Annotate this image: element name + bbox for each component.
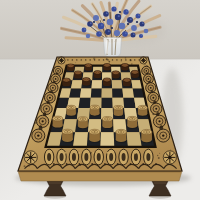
blue-flower bbox=[144, 29, 149, 34]
blue-flower bbox=[111, 6, 116, 11]
flower-highlight bbox=[134, 26, 136, 28]
piece-light-f1 bbox=[116, 129, 127, 143]
piece-dimple bbox=[142, 107, 144, 109]
flower-bud bbox=[93, 21, 95, 23]
top-border-dot bbox=[98, 59, 99, 60]
medallion-dot bbox=[146, 70, 148, 72]
flower-highlight bbox=[88, 34, 90, 36]
flower-highlight bbox=[138, 14, 140, 16]
border-dot bbox=[117, 163, 119, 165]
blue-flower bbox=[122, 31, 128, 37]
almond-core bbox=[134, 153, 138, 161]
medallion-dot bbox=[148, 78, 150, 80]
flower-highlight bbox=[118, 15, 120, 17]
vase-highlight bbox=[106, 40, 108, 54]
piece-dark-b7 bbox=[74, 71, 82, 79]
medallion-dot bbox=[49, 97, 51, 99]
wood-speck bbox=[159, 153, 160, 154]
flower-highlight bbox=[125, 32, 127, 34]
flower-highlight bbox=[141, 34, 142, 35]
frame-tick bbox=[50, 152, 52, 154]
piece-dimple bbox=[77, 72, 78, 73]
top-border-dot bbox=[116, 59, 117, 60]
blue-flower bbox=[115, 14, 121, 20]
piece-dimple bbox=[94, 107, 96, 109]
piece-dimple bbox=[57, 118, 59, 120]
top-border-dot bbox=[107, 59, 108, 60]
square-g5 bbox=[122, 89, 134, 98]
blue-flower bbox=[103, 11, 109, 17]
piece-light-b1 bbox=[62, 129, 73, 143]
top-border-dot bbox=[134, 59, 135, 60]
frame-tick bbox=[107, 152, 109, 154]
wood-speck bbox=[157, 155, 158, 156]
flower-highlight bbox=[130, 18, 132, 20]
square-f5 bbox=[112, 89, 123, 98]
frame-tick bbox=[78, 152, 80, 154]
piece-dark-h7 bbox=[131, 70, 139, 78]
blue-flower bbox=[139, 34, 143, 38]
piece-light-c2 bbox=[78, 117, 89, 129]
flower-bud bbox=[127, 23, 129, 25]
almond-core bbox=[47, 153, 51, 161]
square-d6 bbox=[92, 80, 103, 88]
piece-dark-d7 bbox=[94, 71, 102, 79]
flower-highlight bbox=[133, 33, 135, 35]
top-border-dot bbox=[72, 59, 73, 60]
blue-flower bbox=[98, 23, 104, 29]
piece-dimple bbox=[120, 131, 122, 133]
medallion-dot bbox=[42, 120, 44, 122]
flower-highlight bbox=[96, 16, 98, 18]
wood-speck bbox=[58, 63, 59, 64]
border-dot bbox=[66, 163, 68, 165]
scene-canvas bbox=[0, 0, 200, 200]
piece-light-d1 bbox=[89, 129, 100, 143]
top-border-dot bbox=[121, 59, 122, 60]
piece-dimple bbox=[146, 131, 148, 133]
square-g1 bbox=[127, 132, 142, 147]
piece-light-g2 bbox=[127, 116, 138, 128]
border-dot bbox=[142, 163, 144, 165]
medallion-dot bbox=[152, 97, 154, 99]
top-border-dot bbox=[125, 59, 126, 60]
wood-speck bbox=[121, 61, 122, 62]
blue-flower bbox=[105, 29, 111, 35]
piece-dimple bbox=[107, 118, 109, 120]
board-side-edge bbox=[18, 171, 182, 181]
top-border-dot bbox=[130, 59, 131, 60]
square-b5 bbox=[69, 89, 81, 98]
piece-light-e2 bbox=[102, 117, 113, 129]
almond-core bbox=[72, 153, 76, 161]
blue-flower bbox=[96, 31, 102, 37]
piece-light-b3 bbox=[66, 105, 76, 116]
piece-dimple bbox=[126, 79, 127, 80]
blue-flower bbox=[127, 17, 133, 23]
flower-bud bbox=[119, 11, 121, 13]
square-f6 bbox=[112, 80, 123, 88]
top-border-dot bbox=[103, 59, 104, 60]
flower-highlight bbox=[106, 12, 108, 14]
blue-flower bbox=[136, 14, 141, 19]
flower-highlight bbox=[114, 7, 116, 9]
piece-dimple bbox=[97, 72, 98, 73]
medallion-dot bbox=[162, 134, 164, 136]
blue-flower bbox=[139, 21, 144, 26]
almond-core bbox=[97, 153, 101, 161]
piece-light-a2 bbox=[53, 116, 64, 128]
piece-light-d3 bbox=[90, 105, 100, 116]
square-e5 bbox=[102, 89, 113, 98]
blue-flower bbox=[87, 21, 93, 27]
frame-tick bbox=[149, 152, 151, 154]
almond-core bbox=[84, 153, 88, 161]
medallion-dot bbox=[45, 108, 47, 110]
piece-dark-e6 bbox=[103, 78, 112, 87]
flower-highlight bbox=[126, 10, 128, 12]
piece-dimple bbox=[134, 72, 135, 73]
almond-core bbox=[146, 153, 150, 161]
top-border-dot bbox=[89, 59, 90, 60]
blue-flower bbox=[131, 33, 136, 38]
piece-dark-a6 bbox=[62, 78, 71, 87]
blue-flower bbox=[123, 9, 128, 14]
wood-speck bbox=[170, 149, 171, 150]
piece-light-h1 bbox=[141, 129, 152, 143]
top-border-dot bbox=[85, 59, 86, 60]
piece-dimple bbox=[115, 72, 116, 73]
blue-flower bbox=[131, 25, 137, 31]
piece-light-h3 bbox=[138, 105, 148, 116]
flower-highlight bbox=[146, 29, 148, 31]
piece-dark-c8 bbox=[85, 64, 93, 72]
border-dot bbox=[155, 163, 157, 165]
checkers-board-photo bbox=[0, 0, 200, 200]
medallion-dot bbox=[37, 134, 39, 136]
square-e1 bbox=[101, 132, 115, 147]
almond-core bbox=[60, 153, 64, 161]
piece-dark-a8 bbox=[67, 64, 75, 72]
piece-dimple bbox=[70, 65, 71, 66]
piece-dimple bbox=[82, 118, 84, 120]
frame-tick bbox=[92, 152, 94, 154]
piece-dimple bbox=[66, 79, 67, 80]
flower-highlight bbox=[99, 32, 101, 34]
top-border-dot bbox=[94, 59, 95, 60]
piece-dimple bbox=[67, 131, 69, 133]
medallion-dot bbox=[158, 120, 160, 122]
star-center bbox=[143, 60, 144, 61]
blue-flower bbox=[86, 34, 90, 38]
medallion-dot bbox=[55, 78, 57, 80]
square-d5 bbox=[91, 89, 102, 98]
border-dot bbox=[79, 163, 81, 165]
wood-speck bbox=[108, 61, 110, 63]
medallion-dot bbox=[52, 87, 54, 89]
flower-highlight bbox=[117, 31, 119, 33]
piece-dimple bbox=[124, 65, 125, 66]
almond-core bbox=[109, 153, 113, 161]
border-dot bbox=[53, 163, 55, 165]
blue-flower bbox=[82, 28, 87, 33]
square-c4 bbox=[79, 98, 91, 108]
piece-dark-e8 bbox=[103, 63, 111, 71]
flower-highlight bbox=[90, 22, 92, 24]
flower-highlight bbox=[142, 22, 144, 24]
top-border-dot bbox=[67, 59, 68, 60]
flower-highlight bbox=[108, 30, 110, 32]
frame-tick bbox=[135, 152, 137, 154]
piece-dark-g8 bbox=[121, 63, 129, 71]
piece-dimple bbox=[118, 107, 120, 109]
square-c1 bbox=[73, 132, 88, 147]
medallion-dot bbox=[155, 108, 157, 110]
piece-dimple bbox=[94, 131, 96, 133]
border-dot bbox=[91, 163, 93, 165]
flower-highlight bbox=[84, 28, 86, 30]
star-center bbox=[61, 60, 62, 61]
square-b6 bbox=[71, 80, 82, 88]
wood-speck bbox=[158, 157, 160, 159]
piece-dimple bbox=[106, 79, 107, 80]
blue-flower bbox=[114, 30, 120, 36]
flower-bud bbox=[111, 27, 113, 29]
piece-dimple bbox=[132, 118, 134, 120]
square-c5 bbox=[80, 89, 92, 98]
frame-tick bbox=[121, 152, 123, 154]
piece-dimple bbox=[106, 65, 107, 66]
flower-highlight bbox=[101, 24, 103, 26]
square-e4 bbox=[101, 98, 112, 108]
piece-dimple bbox=[86, 79, 87, 80]
piece-dark-g6 bbox=[123, 78, 132, 87]
blue-flower bbox=[93, 15, 99, 21]
wood-speck bbox=[24, 165, 26, 167]
flower-highlight bbox=[110, 20, 112, 22]
piece-light-f3 bbox=[114, 105, 124, 116]
piece-dark-c6 bbox=[82, 78, 91, 87]
square-g4 bbox=[123, 98, 135, 108]
top-border-dot bbox=[112, 59, 113, 60]
top-border-dot bbox=[76, 59, 77, 60]
star-center bbox=[29, 156, 32, 159]
almond-core bbox=[122, 153, 126, 161]
star-center bbox=[168, 156, 171, 159]
flower-bud bbox=[103, 19, 105, 21]
piece-dark-f7 bbox=[112, 71, 120, 79]
frame-tick bbox=[64, 152, 66, 154]
wood-speck bbox=[144, 64, 145, 65]
medallion-dot bbox=[150, 87, 152, 89]
border-dot bbox=[104, 163, 106, 165]
medallion-dot bbox=[57, 70, 59, 72]
piece-dimple bbox=[70, 107, 72, 109]
top-border-dot bbox=[81, 59, 82, 60]
flower-highlight bbox=[122, 24, 124, 26]
piece-dimple bbox=[88, 65, 89, 66]
flower-bud bbox=[136, 21, 138, 23]
wood-speck bbox=[75, 62, 76, 63]
border-dot bbox=[130, 163, 132, 165]
